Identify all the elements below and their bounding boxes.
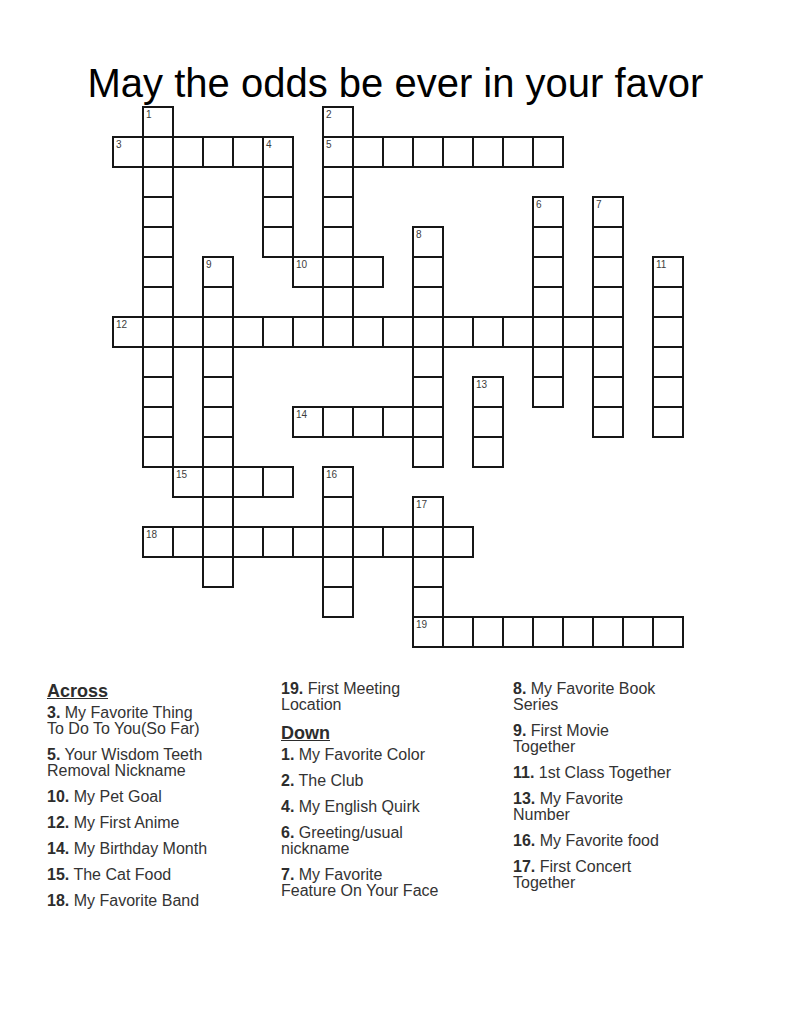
clue-num: 9. (513, 722, 526, 739)
grid-cell-r2c1[interactable] (142, 166, 174, 198)
clue-column-3: 8. My Favorite BookSeries9. First MovieT… (513, 681, 733, 901)
grid-cell-r7c6[interactable] (292, 316, 324, 348)
cell-number-11: 11 (654, 258, 682, 270)
grid-cell-r7c2[interactable] (172, 316, 204, 348)
clue-num: 2. (281, 772, 294, 789)
grid-cell-r7c11[interactable] (442, 316, 474, 348)
clue-line: 2. The Club (281, 773, 481, 789)
cell-number-16: 16 (324, 468, 352, 480)
grid-cell-r5c7[interactable] (322, 256, 354, 288)
clue-line: 19. First Meeting (281, 681, 481, 697)
grid-cell-r4c16[interactable] (592, 226, 624, 258)
grid-cell-r10c9[interactable] (382, 406, 414, 438)
clue-1: 1. My Favorite Color (281, 747, 481, 763)
clue-num: 10. (47, 788, 69, 805)
cell-number-4: 4 (264, 138, 292, 150)
grid-cell-r7c16[interactable] (592, 316, 624, 348)
grid-cell-r5c8[interactable] (352, 256, 384, 288)
grid-cell-r14c11[interactable] (442, 526, 474, 558)
clue-line: 13. My Favorite (513, 791, 733, 807)
clue-line: 3. My Favorite Thing (47, 705, 247, 721)
grid-cell-r0c7[interactable]: 2 (322, 106, 354, 138)
grid-cell-r13c7[interactable] (322, 496, 354, 528)
crossword-grid: 12345678910111213141516171819 (113, 107, 683, 647)
cell-number-6: 6 (534, 198, 562, 210)
clue-line: 18. My Favorite Band (47, 893, 247, 909)
clue-num: 13. (513, 790, 535, 807)
cell-number-13: 13 (474, 378, 502, 390)
grid-cell-r17c12[interactable] (472, 616, 504, 648)
grid-cell-r2c7[interactable] (322, 166, 354, 198)
clue-line: 9. First Movie (513, 723, 733, 739)
grid-cell-r0c1[interactable]: 1 (142, 106, 174, 138)
cell-number-17: 17 (414, 498, 442, 510)
grid-cell-r5c14[interactable] (532, 256, 564, 288)
crossword-page: { "game": "crossword", "title": "May the… (0, 0, 791, 1024)
clue-line: Together (513, 875, 733, 891)
grid-cell-r12c4[interactable] (232, 466, 264, 498)
clue-15: 15. The Cat Food (47, 867, 247, 883)
cell-number-18: 18 (144, 528, 172, 540)
grid-cell-r5c16[interactable] (592, 256, 624, 288)
grid-cell-r11c1[interactable] (142, 436, 174, 468)
clue-18: 18. My Favorite Band (47, 893, 247, 909)
clue-line: Together (513, 739, 733, 755)
grid-cell-r7c5[interactable] (262, 316, 294, 348)
clue-num: 19. (281, 680, 303, 697)
clue-line: 17. First Concert (513, 859, 733, 875)
grid-cell-r14c7[interactable] (322, 526, 354, 558)
grid-cell-r17c10[interactable]: 19 (412, 616, 444, 648)
grid-cell-r1c14[interactable] (532, 136, 564, 168)
grid-cell-r5c6[interactable]: 10 (292, 256, 324, 288)
grid-cell-r4c1[interactable] (142, 226, 174, 258)
grid-cell-r7c10[interactable] (412, 316, 444, 348)
clue-line: To Do To You(So Far) (47, 721, 247, 737)
grid-cell-r14c5[interactable] (262, 526, 294, 558)
grid-cell-r7c14[interactable] (532, 316, 564, 348)
cell-number-2: 2 (324, 108, 352, 120)
grid-cell-r7c9[interactable] (382, 316, 414, 348)
clue-line: 16. My Favorite food (513, 833, 733, 849)
clue-line: Removal Nickname (47, 763, 247, 779)
grid-cell-r7c13[interactable] (502, 316, 534, 348)
clue-4: 4. My English Quirk (281, 799, 481, 815)
cell-number-8: 8 (414, 228, 442, 240)
grid-cell-r17c11[interactable] (442, 616, 474, 648)
grid-cell-r1c5[interactable]: 4 (262, 136, 294, 168)
grid-cell-r1c10[interactable] (412, 136, 444, 168)
grid-cell-r15c3[interactable] (202, 556, 234, 588)
grid-cell-r14c2[interactable] (172, 526, 204, 558)
grid-cell-r10c8[interactable] (352, 406, 384, 438)
clue-10: 10. My Pet Goal (47, 789, 247, 805)
clue-line: 7. My Favorite (281, 867, 481, 883)
clue-line: 5. Your Wisdom Teeth (47, 747, 247, 763)
clue-16: 16. My Favorite food (513, 833, 733, 849)
grid-cell-r14c9[interactable] (382, 526, 414, 558)
clue-num: 5. (47, 746, 60, 763)
clue-num: 6. (281, 824, 294, 841)
grid-cell-r1c7[interactable]: 5 (322, 136, 354, 168)
grid-cell-r17c13[interactable] (502, 616, 534, 648)
grid-cell-r10c3[interactable] (202, 406, 234, 438)
grid-cell-r6c16[interactable] (592, 286, 624, 318)
clue-line: Number (513, 807, 733, 823)
clue-num: 17. (513, 858, 535, 875)
grid-cell-r12c5[interactable] (262, 466, 294, 498)
grid-cell-r12c3[interactable] (202, 466, 234, 498)
grid-cell-r14c10[interactable] (412, 526, 444, 558)
clue-9: 9. First MovieTogether (513, 723, 733, 755)
grid-cell-r3c1[interactable] (142, 196, 174, 228)
clue-line: 10. My Pet Goal (47, 789, 247, 805)
cell-number-5: 5 (324, 138, 352, 150)
puzzle-title: May the odds be ever in your favor (0, 60, 791, 106)
grid-cell-r1c12[interactable] (472, 136, 504, 168)
grid-cell-r8c14[interactable] (532, 346, 564, 378)
clue-line: 15. The Cat Food (47, 867, 247, 883)
grid-cell-r17c16[interactable] (592, 616, 624, 648)
clue-num: 7. (281, 866, 294, 883)
clue-11: 11. 1st Class Together (513, 765, 733, 781)
clue-line: 6. Greeting/usual (281, 825, 481, 841)
clue-line: nickname (281, 841, 481, 857)
grid-cell-r12c7[interactable]: 16 (322, 466, 354, 498)
grid-cell-r5c1[interactable] (142, 256, 174, 288)
clue-num: 14. (47, 840, 69, 857)
grid-cell-r14c3[interactable] (202, 526, 234, 558)
grid-cell-r6c14[interactable] (532, 286, 564, 318)
grid-cell-r11c12[interactable] (472, 436, 504, 468)
clue-2: 2. The Club (281, 773, 481, 789)
grid-cell-r9c1[interactable] (142, 376, 174, 408)
clue-8: 8. My Favorite BookSeries (513, 681, 733, 713)
clue-12: 12. My First Anime (47, 815, 247, 831)
grid-cell-r4c14[interactable] (532, 226, 564, 258)
grid-cell-r3c14[interactable]: 6 (532, 196, 564, 228)
grid-cell-r10c18[interactable] (652, 406, 684, 438)
grid-cell-r1c1[interactable] (142, 136, 174, 168)
clue-line: 14. My Birthday Month (47, 841, 247, 857)
cell-number-15: 15 (174, 468, 202, 480)
grid-cell-r14c6[interactable] (292, 526, 324, 558)
grid-cell-r1c4[interactable] (232, 136, 264, 168)
grid-cell-r5c3[interactable]: 9 (202, 256, 234, 288)
grid-cell-r6c3[interactable] (202, 286, 234, 318)
clue-num: 12. (47, 814, 69, 831)
grid-cell-r16c7[interactable] (322, 586, 354, 618)
clue-19: 19. First MeetingLocation (281, 681, 481, 713)
clue-num: 4. (281, 798, 294, 815)
grid-cell-r8c18[interactable] (652, 346, 684, 378)
grid-cell-r15c10[interactable] (412, 556, 444, 588)
grid-cell-r7c4[interactable] (232, 316, 264, 348)
grid-cell-r6c1[interactable] (142, 286, 174, 318)
clue-6: 6. Greeting/usualnickname (281, 825, 481, 857)
clue-num: 11. (513, 764, 534, 781)
grid-cell-r9c18[interactable] (652, 376, 684, 408)
clue-17: 17. First ConcertTogether (513, 859, 733, 891)
grid-cell-r3c16[interactable]: 7 (592, 196, 624, 228)
down-header: Down (281, 723, 481, 743)
clue-line: 11. 1st Class Together (513, 765, 733, 781)
grid-cell-r8c1[interactable] (142, 346, 174, 378)
grid-cell-r7c15[interactable] (562, 316, 594, 348)
grid-cell-r15c7[interactable] (322, 556, 354, 588)
across-header: Across (47, 681, 247, 701)
grid-cell-r12c2[interactable]: 15 (172, 466, 204, 498)
grid-cell-r8c16[interactable] (592, 346, 624, 378)
clue-line: Feature On Your Face (281, 883, 481, 899)
cell-number-14: 14 (294, 408, 322, 420)
grid-cell-r11c3[interactable] (202, 436, 234, 468)
grid-cell-r10c1[interactable] (142, 406, 174, 438)
grid-cell-r11c10[interactable] (412, 436, 444, 468)
grid-cell-r6c10[interactable] (412, 286, 444, 318)
grid-cell-r17c17[interactable] (622, 616, 654, 648)
cell-number-7: 7 (594, 198, 622, 210)
clue-num: 18. (47, 892, 69, 909)
clue-line: 12. My First Anime (47, 815, 247, 831)
clue-line: 4. My English Quirk (281, 799, 481, 815)
clue-num: 1. (281, 746, 294, 763)
clue-line: Location (281, 697, 481, 713)
grid-cell-r3c7[interactable] (322, 196, 354, 228)
clue-7: 7. My FavoriteFeature On Your Face (281, 867, 481, 899)
grid-cell-r6c7[interactable] (322, 286, 354, 318)
grid-cell-r5c18[interactable]: 11 (652, 256, 684, 288)
grid-cell-r9c14[interactable] (532, 376, 564, 408)
clue-column-2: 19. First MeetingLocationDown1. My Favor… (281, 681, 481, 909)
clue-num: 15. (47, 866, 69, 883)
grid-cell-r10c10[interactable] (412, 406, 444, 438)
grid-cell-r1c2[interactable] (172, 136, 204, 168)
clue-num: 16. (513, 832, 535, 849)
grid-cell-r1c13[interactable] (502, 136, 534, 168)
grid-cell-r14c1[interactable]: 18 (142, 526, 174, 558)
grid-cell-r1c9[interactable] (382, 136, 414, 168)
grid-cell-r3c5[interactable] (262, 196, 294, 228)
grid-cell-r17c14[interactable] (532, 616, 564, 648)
grid-cell-r1c8[interactable] (352, 136, 384, 168)
grid-cell-r7c1[interactable] (142, 316, 174, 348)
grid-cell-r4c7[interactable] (322, 226, 354, 258)
cell-number-10: 10 (294, 258, 322, 270)
cell-number-19: 19 (414, 618, 442, 630)
grid-cell-r8c3[interactable] (202, 346, 234, 378)
clue-num: 8. (513, 680, 526, 697)
grid-cell-r14c4[interactable] (232, 526, 264, 558)
grid-cell-r4c10[interactable]: 8 (412, 226, 444, 258)
grid-cell-r16c10[interactable] (412, 586, 444, 618)
cell-number-3: 3 (114, 138, 142, 150)
grid-cell-r1c3[interactable] (202, 136, 234, 168)
clue-3: 3. My Favorite ThingTo Do To You(So Far) (47, 705, 247, 737)
grid-cell-r14c8[interactable] (352, 526, 384, 558)
grid-cell-r7c3[interactable] (202, 316, 234, 348)
grid-cell-r9c12[interactable]: 13 (472, 376, 504, 408)
clue-line: 1. My Favorite Color (281, 747, 481, 763)
grid-cell-r7c8[interactable] (352, 316, 384, 348)
grid-cell-r13c10[interactable]: 17 (412, 496, 444, 528)
clue-13: 13. My FavoriteNumber (513, 791, 733, 823)
grid-cell-r13c3[interactable] (202, 496, 234, 528)
grid-cell-r17c15[interactable] (562, 616, 594, 648)
grid-cell-r10c7[interactable] (322, 406, 354, 438)
grid-cell-r4c5[interactable] (262, 226, 294, 258)
grid-cell-r1c0[interactable]: 3 (112, 136, 144, 168)
grid-cell-r10c12[interactable] (472, 406, 504, 438)
grid-cell-r7c18[interactable] (652, 316, 684, 348)
grid-cell-r10c16[interactable] (592, 406, 624, 438)
grid-cell-r7c0[interactable]: 12 (112, 316, 144, 348)
cell-number-9: 9 (204, 258, 232, 270)
grid-cell-r17c18[interactable] (652, 616, 684, 648)
clue-column-1: Across3. My Favorite ThingTo Do To You(S… (47, 681, 247, 919)
grid-cell-r8c10[interactable] (412, 346, 444, 378)
grid-cell-r7c12[interactable] (472, 316, 504, 348)
clue-num: 3. (47, 704, 60, 721)
grid-cell-r7c7[interactable] (322, 316, 354, 348)
grid-cell-r1c11[interactable] (442, 136, 474, 168)
clue-14: 14. My Birthday Month (47, 841, 247, 857)
grid-cell-r2c5[interactable] (262, 166, 294, 198)
grid-cell-r9c3[interactable] (202, 376, 234, 408)
grid-cell-r9c16[interactable] (592, 376, 624, 408)
clue-line: Series (513, 697, 733, 713)
clue-5: 5. Your Wisdom TeethRemoval Nickname (47, 747, 247, 779)
cell-number-1: 1 (144, 108, 172, 120)
clue-line: 8. My Favorite Book (513, 681, 733, 697)
grid-cell-r6c18[interactable] (652, 286, 684, 318)
grid-cell-r10c6[interactable]: 14 (292, 406, 324, 438)
cell-number-12: 12 (114, 318, 142, 330)
grid-cell-r9c10[interactable] (412, 376, 444, 408)
grid-cell-r5c10[interactable] (412, 256, 444, 288)
